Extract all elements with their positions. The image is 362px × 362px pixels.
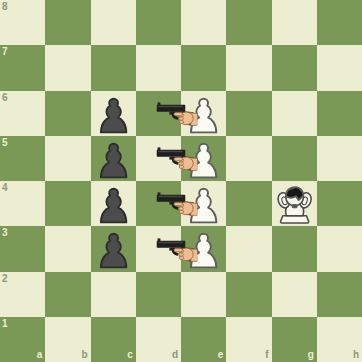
square-h2[interactable] bbox=[317, 272, 362, 317]
square-b4[interactable] bbox=[45, 181, 90, 226]
square-f3[interactable] bbox=[226, 226, 271, 271]
file-label-f: f bbox=[265, 350, 268, 360]
rank-label-8: 8 bbox=[2, 2, 8, 12]
square-d8[interactable] bbox=[136, 0, 181, 45]
square-c2[interactable] bbox=[91, 272, 136, 317]
square-a5[interactable]: 5 bbox=[0, 136, 45, 181]
square-d5[interactable] bbox=[136, 136, 181, 181]
file-label-c: c bbox=[127, 350, 133, 360]
file-label-h: h bbox=[353, 350, 359, 360]
square-g1[interactable]: g bbox=[272, 317, 317, 362]
square-d4[interactable] bbox=[136, 181, 181, 226]
square-a4[interactable]: 4 bbox=[0, 181, 45, 226]
square-h5[interactable] bbox=[317, 136, 362, 181]
square-b5[interactable] bbox=[45, 136, 90, 181]
square-e8[interactable] bbox=[181, 0, 226, 45]
rank-label-6: 6 bbox=[2, 93, 8, 103]
square-f4[interactable] bbox=[226, 181, 271, 226]
square-g8[interactable] bbox=[272, 0, 317, 45]
square-a1[interactable]: 1a bbox=[0, 317, 45, 362]
square-c5[interactable] bbox=[91, 136, 136, 181]
square-e2[interactable] bbox=[181, 272, 226, 317]
square-e4[interactable] bbox=[181, 181, 226, 226]
square-b6[interactable] bbox=[45, 91, 90, 136]
square-a2[interactable]: 2 bbox=[0, 272, 45, 317]
square-h4[interactable] bbox=[317, 181, 362, 226]
square-b3[interactable] bbox=[45, 226, 90, 271]
square-f5[interactable] bbox=[226, 136, 271, 181]
square-f1[interactable]: f bbox=[226, 317, 271, 362]
square-b7[interactable] bbox=[45, 45, 90, 90]
black-pawn-c4[interactable] bbox=[88, 179, 138, 229]
rank-label-3: 3 bbox=[2, 228, 8, 238]
chess-board: 87654321abcdefgh bbox=[0, 0, 362, 362]
rank-label-1: 1 bbox=[2, 319, 8, 329]
square-f8[interactable] bbox=[226, 0, 271, 45]
file-label-g: g bbox=[308, 350, 314, 360]
square-a6[interactable]: 6 bbox=[0, 91, 45, 136]
square-h1[interactable]: h bbox=[317, 317, 362, 362]
square-g3[interactable] bbox=[272, 226, 317, 271]
black-pawn-c3[interactable] bbox=[88, 224, 138, 274]
square-a3[interactable]: 3 bbox=[0, 226, 45, 271]
square-c1[interactable]: c bbox=[91, 317, 136, 362]
square-h3[interactable] bbox=[317, 226, 362, 271]
square-d3[interactable] bbox=[136, 226, 181, 271]
square-g2[interactable] bbox=[272, 272, 317, 317]
square-g4[interactable] bbox=[272, 181, 317, 226]
white-king-g4[interactable] bbox=[269, 179, 319, 229]
square-d1[interactable]: d bbox=[136, 317, 181, 362]
square-g7[interactable] bbox=[272, 45, 317, 90]
white-pawn-e4[interactable] bbox=[179, 179, 229, 229]
square-c8[interactable] bbox=[91, 0, 136, 45]
square-f6[interactable] bbox=[226, 91, 271, 136]
square-h7[interactable] bbox=[317, 45, 362, 90]
square-e3[interactable] bbox=[181, 226, 226, 271]
square-g5[interactable] bbox=[272, 136, 317, 181]
black-pawn-c6[interactable] bbox=[88, 88, 138, 138]
square-c3[interactable] bbox=[91, 226, 136, 271]
rank-label-2: 2 bbox=[2, 274, 8, 284]
square-h6[interactable] bbox=[317, 91, 362, 136]
file-label-b: b bbox=[81, 350, 87, 360]
white-pawn-e5[interactable] bbox=[179, 133, 229, 183]
square-b1[interactable]: b bbox=[45, 317, 90, 362]
white-pawn-e6[interactable] bbox=[179, 88, 229, 138]
square-e7[interactable] bbox=[181, 45, 226, 90]
square-c6[interactable] bbox=[91, 91, 136, 136]
square-e6[interactable] bbox=[181, 91, 226, 136]
white-pawn-e3[interactable] bbox=[179, 224, 229, 274]
square-e1[interactable]: e bbox=[181, 317, 226, 362]
square-d7[interactable] bbox=[136, 45, 181, 90]
black-pawn-c5[interactable] bbox=[88, 133, 138, 183]
square-c7[interactable] bbox=[91, 45, 136, 90]
square-a7[interactable]: 7 bbox=[0, 45, 45, 90]
file-label-d: d bbox=[172, 350, 178, 360]
square-d6[interactable] bbox=[136, 91, 181, 136]
square-b8[interactable] bbox=[45, 0, 90, 45]
file-label-a: a bbox=[37, 350, 43, 360]
square-g6[interactable] bbox=[272, 91, 317, 136]
rank-label-4: 4 bbox=[2, 183, 8, 193]
square-e5[interactable] bbox=[181, 136, 226, 181]
square-b2[interactable] bbox=[45, 272, 90, 317]
file-label-e: e bbox=[218, 350, 224, 360]
square-h8[interactable] bbox=[317, 0, 362, 45]
rank-label-7: 7 bbox=[2, 47, 8, 57]
rank-label-5: 5 bbox=[2, 138, 8, 148]
square-a8[interactable]: 8 bbox=[0, 0, 45, 45]
square-f7[interactable] bbox=[226, 45, 271, 90]
square-d2[interactable] bbox=[136, 272, 181, 317]
square-f2[interactable] bbox=[226, 272, 271, 317]
square-c4[interactable] bbox=[91, 181, 136, 226]
